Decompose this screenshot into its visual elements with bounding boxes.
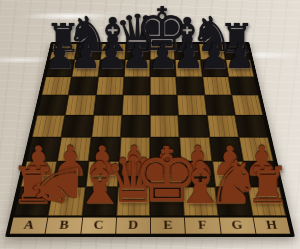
piece-black-P-h7[interactable]: ♟ [223, 39, 258, 74]
square-c6[interactable] [96, 77, 124, 96]
file-label-c: C [80, 218, 116, 234]
square-c4[interactable] [91, 115, 122, 137]
chess-photo-scene: A B C D E F G H ♜♞♝♛♚♝♞♜♟♟♟♟♟♟♟♟♟♟♟♟♟♟♟♟… [0, 0, 300, 249]
file-label-a: A [10, 218, 48, 234]
piece-brown-R-h1[interactable]: ♜ [242, 161, 292, 211]
square-d6[interactable] [123, 77, 150, 96]
square-h4[interactable] [235, 115, 268, 137]
square-h5[interactable] [231, 95, 263, 115]
square-a4[interactable] [32, 115, 65, 137]
square-a6[interactable] [41, 77, 71, 96]
file-label-b: B [45, 218, 82, 234]
square-f5[interactable] [177, 95, 206, 115]
file-label-e: E [150, 218, 185, 234]
square-g4[interactable] [207, 115, 239, 137]
square-b6[interactable] [69, 77, 98, 96]
square-g6[interactable] [202, 77, 231, 96]
square-d5[interactable] [122, 95, 150, 115]
square-f6[interactable] [176, 77, 204, 96]
square-c5[interactable] [93, 95, 122, 115]
square-e6[interactable] [150, 77, 177, 96]
square-h6[interactable] [228, 77, 258, 96]
square-b5[interactable] [65, 95, 96, 115]
file-label-g: G [218, 218, 255, 234]
file-label-d: D [115, 218, 150, 234]
file-label-f: F [184, 218, 220, 234]
square-a5[interactable] [37, 95, 69, 115]
square-e5[interactable] [150, 95, 178, 115]
file-label-h: H [252, 218, 290, 234]
square-g5[interactable] [204, 95, 235, 115]
square-b4[interactable] [61, 115, 93, 137]
